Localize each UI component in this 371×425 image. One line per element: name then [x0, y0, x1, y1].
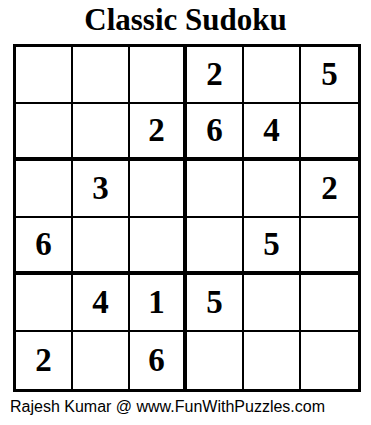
cell-r4c6[interactable]	[301, 218, 358, 275]
cell-r4c4[interactable]	[187, 218, 244, 275]
puzzle-page: Classic Sudoku 25264326541526 Rajesh Kum…	[0, 0, 371, 425]
cell-r6c3[interactable]: 6	[130, 332, 187, 389]
cell-r6c1[interactable]: 2	[16, 332, 73, 389]
cell-r2c4[interactable]: 6	[187, 104, 244, 161]
cell-r3c5[interactable]	[244, 161, 301, 218]
cell-r3c4[interactable]	[187, 161, 244, 218]
cell-r1c2[interactable]	[73, 47, 130, 104]
cell-r1c1[interactable]	[16, 47, 73, 104]
cell-r6c2[interactable]	[73, 332, 130, 389]
cell-r4c2[interactable]	[73, 218, 130, 275]
cell-r3c2[interactable]: 3	[73, 161, 130, 218]
cell-r6c4[interactable]	[187, 332, 244, 389]
cell-r2c5[interactable]: 4	[244, 104, 301, 161]
cell-r1c3[interactable]	[130, 47, 187, 104]
cell-r2c2[interactable]	[73, 104, 130, 161]
cell-r6c5[interactable]	[244, 332, 301, 389]
cell-r2c1[interactable]	[16, 104, 73, 161]
sudoku-board: 25264326541526	[13, 44, 361, 392]
cell-r4c5[interactable]: 5	[244, 218, 301, 275]
cell-r3c1[interactable]	[16, 161, 73, 218]
cell-r2c3[interactable]: 2	[130, 104, 187, 161]
cell-r3c6[interactable]: 2	[301, 161, 358, 218]
credit-text: Rajesh Kumar @ www.FunWithPuzzles.com	[10, 398, 325, 416]
cell-r1c4[interactable]: 2	[187, 47, 244, 104]
cell-r5c5[interactable]	[244, 275, 301, 332]
cell-r5c2[interactable]: 4	[73, 275, 130, 332]
cell-r5c6[interactable]	[301, 275, 358, 332]
cell-r4c3[interactable]	[130, 218, 187, 275]
cell-r4c1[interactable]: 6	[16, 218, 73, 275]
cell-r5c4[interactable]: 5	[187, 275, 244, 332]
cell-r5c1[interactable]	[16, 275, 73, 332]
cell-r3c3[interactable]	[130, 161, 187, 218]
cell-r1c6[interactable]: 5	[301, 47, 358, 104]
puzzle-title: Classic Sudoku	[0, 0, 371, 40]
cell-r5c3[interactable]: 1	[130, 275, 187, 332]
cell-r1c5[interactable]	[244, 47, 301, 104]
cell-r6c6[interactable]	[301, 332, 358, 389]
cell-r2c6[interactable]	[301, 104, 358, 161]
